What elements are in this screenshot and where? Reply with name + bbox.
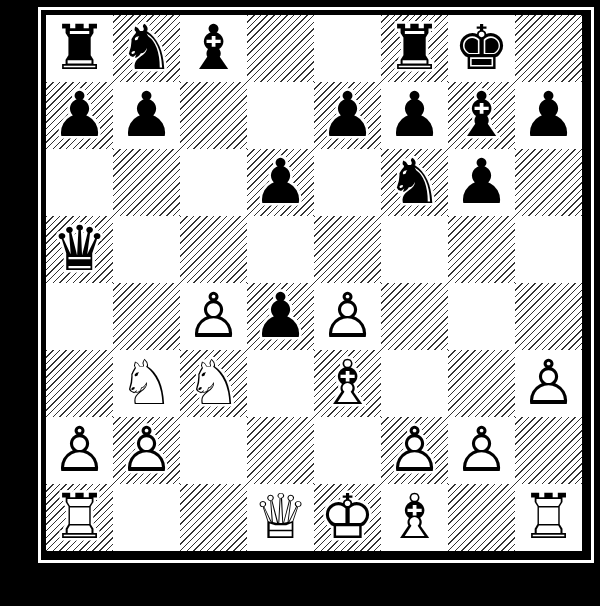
- square-g4[interactable]: [448, 283, 515, 350]
- square-e2[interactable]: [314, 417, 381, 484]
- square-a5[interactable]: ♛♛: [46, 216, 113, 283]
- square-e5[interactable]: [314, 216, 381, 283]
- square-g1[interactable]: [448, 484, 515, 551]
- square-b6[interactable]: [113, 149, 180, 216]
- square-h1[interactable]: ♜♖: [515, 484, 582, 551]
- piece-halo: ♟: [113, 417, 180, 484]
- square-f4[interactable]: [381, 283, 448, 350]
- square-f6[interactable]: ♞♞: [381, 149, 448, 216]
- piece-halo: ♟: [381, 417, 448, 484]
- black-pawn-icon: ♟: [247, 283, 314, 350]
- square-h3[interactable]: ♟♙: [515, 350, 582, 417]
- white-pawn-icon: ♙: [515, 350, 582, 417]
- square-d1[interactable]: ♛♕: [247, 484, 314, 551]
- square-e1[interactable]: ♚♔: [314, 484, 381, 551]
- piece-halo: ♟: [515, 350, 582, 417]
- black-bishop-icon: ♝: [448, 82, 515, 149]
- piece-halo: ♟: [113, 82, 180, 149]
- square-h6[interactable]: [515, 149, 582, 216]
- square-d6[interactable]: ♟♟: [247, 149, 314, 216]
- square-d3[interactable]: [247, 350, 314, 417]
- square-h5[interactable]: [515, 216, 582, 283]
- piece-halo: ♟: [46, 417, 113, 484]
- piece-halo: ♞: [180, 350, 247, 417]
- square-b3[interactable]: ♞♘: [113, 350, 180, 417]
- square-h7[interactable]: ♟♟: [515, 82, 582, 149]
- white-pawn-icon: ♙: [314, 283, 381, 350]
- black-rook-icon: ♜: [381, 15, 448, 82]
- piece-halo: ♜: [515, 484, 582, 551]
- square-a1[interactable]: ♜♖: [46, 484, 113, 551]
- piece-halo: ♚: [314, 484, 381, 551]
- black-pawn-icon: ♟: [314, 82, 381, 149]
- square-b5[interactable]: [113, 216, 180, 283]
- square-f3[interactable]: [381, 350, 448, 417]
- square-d4[interactable]: ♟♟: [247, 283, 314, 350]
- square-a3[interactable]: [46, 350, 113, 417]
- square-f8[interactable]: ♜♜: [381, 15, 448, 82]
- square-h8[interactable]: [515, 15, 582, 82]
- square-a4[interactable]: [46, 283, 113, 350]
- square-d2[interactable]: [247, 417, 314, 484]
- piece-halo: ♟: [180, 283, 247, 350]
- square-d7[interactable]: [247, 82, 314, 149]
- square-g5[interactable]: [448, 216, 515, 283]
- square-f1[interactable]: ♝♗: [381, 484, 448, 551]
- square-d5[interactable]: [247, 216, 314, 283]
- square-b4[interactable]: [113, 283, 180, 350]
- piece-halo: ♞: [113, 350, 180, 417]
- square-c7[interactable]: [180, 82, 247, 149]
- piece-halo: ♟: [314, 283, 381, 350]
- square-e6[interactable]: [314, 149, 381, 216]
- piece-halo: ♝: [448, 82, 515, 149]
- black-queen-icon: ♛: [46, 216, 113, 283]
- square-b1[interactable]: [113, 484, 180, 551]
- white-rook-icon: ♖: [46, 484, 113, 551]
- black-rook-icon: ♜: [46, 15, 113, 82]
- white-queen-icon: ♕: [247, 484, 314, 551]
- black-bishop-icon: ♝: [180, 15, 247, 82]
- piece-halo: ♟: [448, 149, 515, 216]
- piece-halo: ♟: [314, 82, 381, 149]
- black-pawn-icon: ♟: [113, 82, 180, 149]
- white-bishop-icon: ♗: [381, 484, 448, 551]
- white-pawn-icon: ♙: [381, 417, 448, 484]
- square-e7[interactable]: ♟♟: [314, 82, 381, 149]
- square-g7[interactable]: ♝♝: [448, 82, 515, 149]
- piece-halo: ♟: [247, 149, 314, 216]
- square-b7[interactable]: ♟♟: [113, 82, 180, 149]
- square-e3[interactable]: ♝♗: [314, 350, 381, 417]
- piece-halo: ♚: [448, 15, 515, 82]
- white-bishop-icon: ♗: [314, 350, 381, 417]
- white-pawn-icon: ♙: [46, 417, 113, 484]
- piece-halo: ♟: [448, 417, 515, 484]
- piece-halo: ♜: [381, 15, 448, 82]
- black-king-icon: ♚: [448, 15, 515, 82]
- square-c2[interactable]: [180, 417, 247, 484]
- piece-halo: ♜: [46, 15, 113, 82]
- square-b2[interactable]: ♟♙: [113, 417, 180, 484]
- black-pawn-icon: ♟: [448, 149, 515, 216]
- piece-halo: ♛: [46, 216, 113, 283]
- white-king-icon: ♔: [314, 484, 381, 551]
- white-knight-icon: ♘: [180, 350, 247, 417]
- black-pawn-icon: ♟: [381, 82, 448, 149]
- square-f2[interactable]: ♟♙: [381, 417, 448, 484]
- white-knight-icon: ♘: [113, 350, 180, 417]
- square-a7[interactable]: ♟♟: [46, 82, 113, 149]
- piece-halo: ♞: [381, 149, 448, 216]
- white-pawn-icon: ♙: [448, 417, 515, 484]
- piece-halo: ♝: [381, 484, 448, 551]
- white-pawn-icon: ♙: [113, 417, 180, 484]
- white-pawn-icon: ♙: [180, 283, 247, 350]
- piece-halo: ♝: [180, 15, 247, 82]
- square-c4[interactable]: ♟♙: [180, 283, 247, 350]
- piece-halo: ♟: [46, 82, 113, 149]
- square-g8[interactable]: ♚♚: [448, 15, 515, 82]
- black-knight-icon: ♞: [381, 149, 448, 216]
- square-g2[interactable]: ♟♙: [448, 417, 515, 484]
- piece-halo: ♛: [247, 484, 314, 551]
- square-d8[interactable]: [247, 15, 314, 82]
- piece-halo: ♞: [113, 15, 180, 82]
- piece-halo: ♟: [247, 283, 314, 350]
- black-knight-icon: ♞: [113, 15, 180, 82]
- black-pawn-icon: ♟: [46, 82, 113, 149]
- black-pawn-icon: ♟: [247, 149, 314, 216]
- square-e4[interactable]: ♟♙: [314, 283, 381, 350]
- square-f5[interactable]: [381, 216, 448, 283]
- piece-halo: ♝: [314, 350, 381, 417]
- square-c3[interactable]: ♞♘: [180, 350, 247, 417]
- square-a2[interactable]: ♟♙: [46, 417, 113, 484]
- piece-halo: ♜: [46, 484, 113, 551]
- square-g6[interactable]: ♟♟: [448, 149, 515, 216]
- square-c6[interactable]: [180, 149, 247, 216]
- square-c1[interactable]: [180, 484, 247, 551]
- chess-board: ♜♜♞♞♝♝♜♜♚♚♟♟♟♟♟♟♟♟♝♝♟♟♟♟♞♞♟♟♛♛♟♙♟♟♟♙♞♘♞♘…: [41, 10, 591, 560]
- square-g3[interactable]: [448, 350, 515, 417]
- square-f7[interactable]: ♟♟: [381, 82, 448, 149]
- square-a8[interactable]: ♜♜: [46, 15, 113, 82]
- piece-halo: ♟: [515, 82, 582, 149]
- square-b8[interactable]: ♞♞: [113, 15, 180, 82]
- white-rook-icon: ♖: [515, 484, 582, 551]
- square-e8[interactable]: [314, 15, 381, 82]
- piece-halo: ♟: [381, 82, 448, 149]
- square-h2[interactable]: [515, 417, 582, 484]
- square-a6[interactable]: [46, 149, 113, 216]
- square-c8[interactable]: ♝♝: [180, 15, 247, 82]
- black-pawn-icon: ♟: [515, 82, 582, 149]
- square-c5[interactable]: [180, 216, 247, 283]
- square-h4[interactable]: [515, 283, 582, 350]
- board-page: ♜♜♞♞♝♝♜♜♚♚♟♟♟♟♟♟♟♟♝♝♟♟♟♟♞♞♟♟♛♛♟♙♟♟♟♙♞♘♞♘…: [38, 7, 594, 563]
